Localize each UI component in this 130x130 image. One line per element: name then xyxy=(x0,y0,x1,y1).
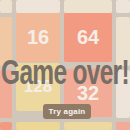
game-board: 166412832 Game over! Try again xyxy=(0,0,130,130)
game-over-message: Game over! xyxy=(1,54,129,89)
try-again-button[interactable]: Try again xyxy=(43,104,91,119)
